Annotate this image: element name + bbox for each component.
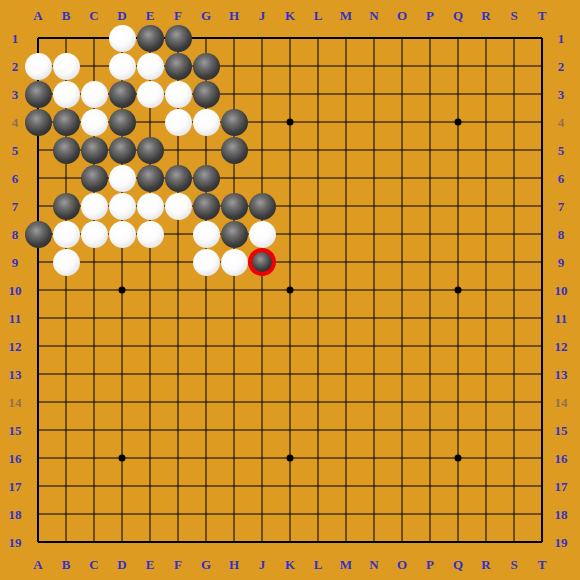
intersection-A9[interactable] [24,248,52,276]
intersection-N17[interactable] [360,472,388,500]
intersection-C19[interactable] [80,528,108,556]
intersection-Q8[interactable] [444,220,472,248]
intersection-O4[interactable] [388,108,416,136]
intersection-N11[interactable] [360,304,388,332]
intersection-T1[interactable] [528,24,556,52]
intersection-T16[interactable] [528,444,556,472]
intersection-T6[interactable] [528,164,556,192]
intersection-S16[interactable] [500,444,528,472]
intersection-P15[interactable] [416,416,444,444]
intersection-O3[interactable] [388,80,416,108]
intersection-M15[interactable] [332,416,360,444]
intersection-C9[interactable] [80,248,108,276]
intersection-H3[interactable] [220,80,248,108]
intersection-G13[interactable] [192,360,220,388]
intersection-O12[interactable] [388,332,416,360]
intersection-J14[interactable] [248,388,276,416]
intersection-P13[interactable] [416,360,444,388]
intersection-H2[interactable] [220,52,248,80]
intersection-R11[interactable] [472,304,500,332]
intersection-T9[interactable] [528,248,556,276]
intersection-O2[interactable] [388,52,416,80]
intersection-S9[interactable] [500,248,528,276]
intersection-A10[interactable] [24,276,52,304]
intersection-P11[interactable] [416,304,444,332]
intersection-H12[interactable] [220,332,248,360]
intersection-S5[interactable] [500,136,528,164]
intersection-K14[interactable] [276,388,304,416]
intersection-N9[interactable] [360,248,388,276]
intersection-G1[interactable] [192,24,220,52]
intersection-T18[interactable] [528,500,556,528]
intersection-L5[interactable] [304,136,332,164]
intersection-F18[interactable] [164,500,192,528]
intersection-S19[interactable] [500,528,528,556]
intersection-E11[interactable] [136,304,164,332]
intersection-M9[interactable] [332,248,360,276]
intersection-P5[interactable] [416,136,444,164]
intersection-H16[interactable] [220,444,248,472]
intersection-H17[interactable] [220,472,248,500]
intersection-F13[interactable] [164,360,192,388]
intersection-S7[interactable] [500,192,528,220]
intersection-P1[interactable] [416,24,444,52]
intersection-R10[interactable] [472,276,500,304]
intersection-R14[interactable] [472,388,500,416]
intersection-R19[interactable] [472,528,500,556]
intersection-F15[interactable] [164,416,192,444]
intersection-E19[interactable] [136,528,164,556]
intersection-G10[interactable] [192,276,220,304]
intersection-R13[interactable] [472,360,500,388]
intersection-B11[interactable] [52,304,80,332]
intersection-Q15[interactable] [444,416,472,444]
intersection-J18[interactable] [248,500,276,528]
intersection-R9[interactable] [472,248,500,276]
intersection-N14[interactable] [360,388,388,416]
intersection-M1[interactable] [332,24,360,52]
intersection-L13[interactable] [304,360,332,388]
intersection-O7[interactable] [388,192,416,220]
intersection-J3[interactable] [248,80,276,108]
intersection-C11[interactable] [80,304,108,332]
intersection-B13[interactable] [52,360,80,388]
intersection-T12[interactable] [528,332,556,360]
intersection-M4[interactable] [332,108,360,136]
intersection-R18[interactable] [472,500,500,528]
intersection-B19[interactable] [52,528,80,556]
intersection-M17[interactable] [332,472,360,500]
intersection-T17[interactable] [528,472,556,500]
intersection-E15[interactable] [136,416,164,444]
intersection-D10[interactable] [108,276,136,304]
intersection-K8[interactable] [276,220,304,248]
intersection-J13[interactable] [248,360,276,388]
intersection-J15[interactable] [248,416,276,444]
intersection-R17[interactable] [472,472,500,500]
intersection-K17[interactable] [276,472,304,500]
intersection-Q9[interactable] [444,248,472,276]
intersection-J17[interactable] [248,472,276,500]
intersection-T7[interactable] [528,192,556,220]
intersection-P3[interactable] [416,80,444,108]
intersection-N19[interactable] [360,528,388,556]
intersection-M13[interactable] [332,360,360,388]
intersection-P7[interactable] [416,192,444,220]
intersection-R4[interactable] [472,108,500,136]
intersection-O17[interactable] [388,472,416,500]
intersection-J11[interactable] [248,304,276,332]
intersection-C18[interactable] [80,500,108,528]
intersection-E16[interactable] [136,444,164,472]
intersection-M16[interactable] [332,444,360,472]
intersection-L16[interactable] [304,444,332,472]
intersection-K15[interactable] [276,416,304,444]
intersection-B18[interactable] [52,500,80,528]
intersection-K13[interactable] [276,360,304,388]
intersection-K12[interactable] [276,332,304,360]
intersection-Q19[interactable] [444,528,472,556]
intersection-S17[interactable] [500,472,528,500]
intersection-E4[interactable] [136,108,164,136]
intersection-L1[interactable] [304,24,332,52]
intersection-M11[interactable] [332,304,360,332]
intersection-P10[interactable] [416,276,444,304]
intersection-T4[interactable] [528,108,556,136]
intersection-N12[interactable] [360,332,388,360]
intersection-M2[interactable] [332,52,360,80]
intersection-T13[interactable] [528,360,556,388]
intersection-H18[interactable] [220,500,248,528]
intersection-S1[interactable] [500,24,528,52]
intersection-L17[interactable] [304,472,332,500]
intersection-Q3[interactable] [444,80,472,108]
intersection-B16[interactable] [52,444,80,472]
intersection-D17[interactable] [108,472,136,500]
intersection-R6[interactable] [472,164,500,192]
intersection-Q4[interactable] [444,108,472,136]
intersection-G12[interactable] [192,332,220,360]
intersection-O19[interactable] [388,528,416,556]
intersection-L12[interactable] [304,332,332,360]
intersection-S3[interactable] [500,80,528,108]
intersection-S18[interactable] [500,500,528,528]
intersection-T5[interactable] [528,136,556,164]
intersection-T3[interactable] [528,80,556,108]
intersection-M10[interactable] [332,276,360,304]
intersection-O1[interactable] [388,24,416,52]
intersection-A15[interactable] [24,416,52,444]
intersection-Q16[interactable] [444,444,472,472]
intersection-L10[interactable] [304,276,332,304]
intersection-N2[interactable] [360,52,388,80]
intersection-K19[interactable] [276,528,304,556]
intersection-S8[interactable] [500,220,528,248]
intersection-L3[interactable] [304,80,332,108]
intersection-M19[interactable] [332,528,360,556]
intersection-L11[interactable] [304,304,332,332]
intersection-G18[interactable] [192,500,220,528]
intersection-C14[interactable] [80,388,108,416]
intersection-J6[interactable] [248,164,276,192]
intersection-A19[interactable] [24,528,52,556]
intersection-T15[interactable] [528,416,556,444]
intersection-M5[interactable] [332,136,360,164]
intersection-P12[interactable] [416,332,444,360]
intersection-Q6[interactable] [444,164,472,192]
intersection-T2[interactable] [528,52,556,80]
intersection-O16[interactable] [388,444,416,472]
intersection-S6[interactable] [500,164,528,192]
intersection-N10[interactable] [360,276,388,304]
intersection-M12[interactable] [332,332,360,360]
intersection-O18[interactable] [388,500,416,528]
intersection-L2[interactable] [304,52,332,80]
intersection-A11[interactable] [24,304,52,332]
intersection-F10[interactable] [164,276,192,304]
intersection-J10[interactable] [248,276,276,304]
intersection-B15[interactable] [52,416,80,444]
intersection-P18[interactable] [416,500,444,528]
intersection-R3[interactable] [472,80,500,108]
intersection-K4[interactable] [276,108,304,136]
intersection-C10[interactable] [80,276,108,304]
intersection-P4[interactable] [416,108,444,136]
intersection-N6[interactable] [360,164,388,192]
intersection-S15[interactable] [500,416,528,444]
intersection-P8[interactable] [416,220,444,248]
intersection-P6[interactable] [416,164,444,192]
intersection-F11[interactable] [164,304,192,332]
intersection-J16[interactable] [248,444,276,472]
intersection-R16[interactable] [472,444,500,472]
intersection-D15[interactable] [108,416,136,444]
intersection-J4[interactable] [248,108,276,136]
intersection-D11[interactable] [108,304,136,332]
intersection-A13[interactable] [24,360,52,388]
intersection-K1[interactable] [276,24,304,52]
intersection-H1[interactable] [220,24,248,52]
intersection-K7[interactable] [276,192,304,220]
intersection-N18[interactable] [360,500,388,528]
intersection-M3[interactable] [332,80,360,108]
intersection-Q17[interactable] [444,472,472,500]
intersection-J1[interactable] [248,24,276,52]
intersection-S13[interactable] [500,360,528,388]
intersection-H14[interactable] [220,388,248,416]
intersection-F12[interactable] [164,332,192,360]
intersection-D14[interactable] [108,388,136,416]
intersection-E14[interactable] [136,388,164,416]
intersection-L7[interactable] [304,192,332,220]
intersection-B12[interactable] [52,332,80,360]
intersection-L6[interactable] [304,164,332,192]
intersection-F16[interactable] [164,444,192,472]
intersection-L18[interactable] [304,500,332,528]
intersection-S12[interactable] [500,332,528,360]
intersection-P9[interactable] [416,248,444,276]
intersection-F14[interactable] [164,388,192,416]
intersection-Q10[interactable] [444,276,472,304]
intersection-H13[interactable] [220,360,248,388]
intersection-R15[interactable] [472,416,500,444]
intersection-Q11[interactable] [444,304,472,332]
intersection-N16[interactable] [360,444,388,472]
intersection-C16[interactable] [80,444,108,472]
intersection-S4[interactable] [500,108,528,136]
intersection-E18[interactable] [136,500,164,528]
intersection-S14[interactable] [500,388,528,416]
intersection-K18[interactable] [276,500,304,528]
intersection-O8[interactable] [388,220,416,248]
intersection-S2[interactable] [500,52,528,80]
intersection-D12[interactable] [108,332,136,360]
intersection-Q12[interactable] [444,332,472,360]
intersection-L14[interactable] [304,388,332,416]
intersection-F19[interactable] [164,528,192,556]
intersection-T19[interactable] [528,528,556,556]
intersection-M8[interactable] [332,220,360,248]
intersection-R8[interactable] [472,220,500,248]
intersection-H19[interactable] [220,528,248,556]
intersection-E12[interactable] [136,332,164,360]
intersection-P2[interactable] [416,52,444,80]
intersection-A7[interactable] [24,192,52,220]
intersection-L4[interactable] [304,108,332,136]
intersection-B1[interactable] [52,24,80,52]
intersection-N15[interactable] [360,416,388,444]
intersection-C12[interactable] [80,332,108,360]
intersection-T8[interactable] [528,220,556,248]
intersection-K3[interactable] [276,80,304,108]
intersection-R7[interactable] [472,192,500,220]
intersection-A18[interactable] [24,500,52,528]
intersection-F17[interactable] [164,472,192,500]
intersection-E17[interactable] [136,472,164,500]
intersection-P16[interactable] [416,444,444,472]
intersection-Q13[interactable] [444,360,472,388]
intersection-T11[interactable] [528,304,556,332]
intersection-P17[interactable] [416,472,444,500]
intersection-A16[interactable] [24,444,52,472]
intersection-R2[interactable] [472,52,500,80]
intersection-C15[interactable] [80,416,108,444]
intersection-G11[interactable] [192,304,220,332]
intersection-B14[interactable] [52,388,80,416]
intersection-Q7[interactable] [444,192,472,220]
intersection-R12[interactable] [472,332,500,360]
intersection-M18[interactable] [332,500,360,528]
intersection-D18[interactable] [108,500,136,528]
intersection-Q18[interactable] [444,500,472,528]
intersection-N4[interactable] [360,108,388,136]
intersection-H10[interactable] [220,276,248,304]
intersection-Q1[interactable] [444,24,472,52]
intersection-B6[interactable] [52,164,80,192]
intersection-D9[interactable] [108,248,136,276]
intersection-M6[interactable] [332,164,360,192]
intersection-O6[interactable] [388,164,416,192]
intersection-E13[interactable] [136,360,164,388]
intersection-H15[interactable] [220,416,248,444]
intersection-O14[interactable] [388,388,416,416]
intersection-C17[interactable] [80,472,108,500]
intersection-M7[interactable] [332,192,360,220]
intersection-N5[interactable] [360,136,388,164]
intersection-K5[interactable] [276,136,304,164]
intersection-R5[interactable] [472,136,500,164]
intersection-N3[interactable] [360,80,388,108]
intersection-N1[interactable] [360,24,388,52]
intersection-T14[interactable] [528,388,556,416]
intersection-A5[interactable] [24,136,52,164]
intersection-B17[interactable] [52,472,80,500]
intersection-M14[interactable] [332,388,360,416]
intersection-Q5[interactable] [444,136,472,164]
intersection-G17[interactable] [192,472,220,500]
intersection-K10[interactable] [276,276,304,304]
intersection-B10[interactable] [52,276,80,304]
intersection-K16[interactable] [276,444,304,472]
intersection-J19[interactable] [248,528,276,556]
intersection-K9[interactable] [276,248,304,276]
intersection-Q2[interactable] [444,52,472,80]
intersection-J12[interactable] [248,332,276,360]
intersection-E10[interactable] [136,276,164,304]
intersection-F9[interactable] [164,248,192,276]
intersection-N7[interactable] [360,192,388,220]
intersection-A14[interactable] [24,388,52,416]
intersection-H6[interactable] [220,164,248,192]
intersection-L8[interactable] [304,220,332,248]
intersection-G5[interactable] [192,136,220,164]
intersection-D16[interactable] [108,444,136,472]
intersection-A6[interactable] [24,164,52,192]
intersection-A1[interactable] [24,24,52,52]
intersection-J2[interactable] [248,52,276,80]
intersection-O13[interactable] [388,360,416,388]
intersection-S10[interactable] [500,276,528,304]
intersection-O10[interactable] [388,276,416,304]
intersection-C13[interactable] [80,360,108,388]
intersection-G19[interactable] [192,528,220,556]
intersection-P19[interactable] [416,528,444,556]
intersection-C2[interactable] [80,52,108,80]
intersection-E9[interactable] [136,248,164,276]
intersection-F5[interactable] [164,136,192,164]
intersection-T10[interactable] [528,276,556,304]
intersection-P14[interactable] [416,388,444,416]
intersection-N13[interactable] [360,360,388,388]
intersection-G14[interactable] [192,388,220,416]
intersection-D13[interactable] [108,360,136,388]
intersection-A17[interactable] [24,472,52,500]
intersection-H11[interactable] [220,304,248,332]
intersection-G15[interactable] [192,416,220,444]
intersection-C1[interactable] [80,24,108,52]
intersection-L15[interactable] [304,416,332,444]
intersection-L19[interactable] [304,528,332,556]
intersection-K11[interactable] [276,304,304,332]
intersection-O9[interactable] [388,248,416,276]
intersection-L9[interactable] [304,248,332,276]
intersection-R1[interactable] [472,24,500,52]
intersection-N8[interactable] [360,220,388,248]
intersection-K2[interactable] [276,52,304,80]
intersection-K6[interactable] [276,164,304,192]
intersection-J5[interactable] [248,136,276,164]
intersection-A12[interactable] [24,332,52,360]
